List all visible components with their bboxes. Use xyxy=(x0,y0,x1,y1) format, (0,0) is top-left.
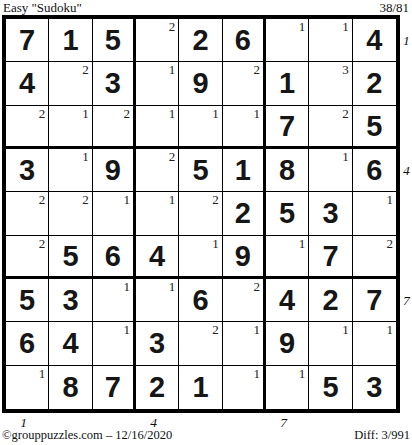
pencil-mark: 3 xyxy=(342,63,349,77)
pencil-mark: 1 xyxy=(39,367,46,381)
digit: 2 xyxy=(366,68,382,98)
pencil-mark: 1 xyxy=(82,107,89,121)
digit: 5 xyxy=(366,111,382,141)
digit: 3 xyxy=(19,155,35,185)
cell-r1c9[interactable]: 4 xyxy=(353,19,396,62)
cell-r4c5[interactable]: 5 xyxy=(179,149,222,192)
cell-r3c2[interactable]: 1 xyxy=(49,106,92,149)
pencil-mark: 2 xyxy=(253,280,260,294)
digit: 4 xyxy=(62,328,78,358)
cell-r6c3[interactable]: 6 xyxy=(93,236,136,279)
cell-r5c4[interactable]: 1 xyxy=(136,192,179,235)
cell-r7c2[interactable]: 3 xyxy=(49,279,92,322)
cell-r3c9[interactable]: 5 xyxy=(353,106,396,149)
digit: 2 xyxy=(192,25,208,55)
pencil-mark: 1 xyxy=(342,20,349,34)
pencil-mark: 2 xyxy=(39,193,46,207)
cell-r6c8[interactable]: 7 xyxy=(309,236,352,279)
cell-r1c2[interactable]: 1 xyxy=(49,19,92,62)
cell-r9c7[interactable]: 1 xyxy=(266,366,309,409)
pencil-mark: 2 xyxy=(212,323,219,337)
row-label-1: 1 xyxy=(403,33,410,49)
cell-r4c9[interactable]: 6 xyxy=(353,149,396,192)
cell-r3c6[interactable]: 1 xyxy=(223,106,266,149)
cell-r5c8[interactable]: 3 xyxy=(309,192,352,235)
digit: 7 xyxy=(322,241,338,271)
digit: 6 xyxy=(105,241,121,271)
cell-r3c5[interactable]: 1 xyxy=(179,106,222,149)
digit: 8 xyxy=(62,372,78,402)
digit: 2 xyxy=(235,198,251,228)
cell-r1c7[interactable]: 1 xyxy=(266,19,309,62)
pencil-mark: 1 xyxy=(212,107,219,121)
digit: 7 xyxy=(366,285,382,315)
cell-r9c4[interactable]: 2 xyxy=(136,366,179,409)
digit: 3 xyxy=(322,198,338,228)
pencil-mark: 2 xyxy=(39,107,46,121)
difficulty-text: Diff: 3/991 xyxy=(354,428,410,443)
cell-r6c4[interactable]: 4 xyxy=(136,236,179,279)
cell-r5c9[interactable]: 1 xyxy=(353,192,396,235)
cell-r1c4[interactable]: 2 xyxy=(136,19,179,62)
digit: 1 xyxy=(192,372,208,402)
cell-r5c2[interactable]: 2 xyxy=(49,192,92,235)
cell-r1c5[interactable]: 2 xyxy=(179,19,222,62)
cell-r1c1[interactable]: 7 xyxy=(6,19,49,62)
pencil-mark: 2 xyxy=(169,150,176,164)
cell-r6c5[interactable]: 1 xyxy=(179,236,222,279)
copyright-text: ©grouppuzzles.com – 12/16/2020 xyxy=(2,428,172,443)
pencil-mark: 1 xyxy=(123,280,130,294)
digit: 7 xyxy=(19,25,35,55)
cell-r6c1[interactable]: 2 xyxy=(6,236,49,279)
cell-r3c1[interactable]: 2 xyxy=(6,106,49,149)
cell-r2c5[interactable]: 9 xyxy=(179,62,222,105)
sudoku-board: 7152261144231921322121117253192518162211… xyxy=(2,15,400,413)
digit: 6 xyxy=(235,25,251,55)
pencil-mark: 1 xyxy=(253,323,260,337)
cell-r9c5[interactable]: 1 xyxy=(179,366,222,409)
pencil-mark: 2 xyxy=(212,193,219,207)
cell-r7c1[interactable]: 5 xyxy=(6,279,49,322)
pencil-mark: 2 xyxy=(123,107,130,121)
cell-r2c7[interactable]: 1 xyxy=(266,62,309,105)
pencil-mark: 2 xyxy=(386,237,393,251)
digit: 5 xyxy=(105,25,121,55)
digit: 4 xyxy=(366,25,382,55)
cell-r7c3[interactable]: 1 xyxy=(93,279,136,322)
digit: 9 xyxy=(279,328,295,358)
header: Easy "Sudoku" 38/81 xyxy=(3,0,409,15)
cell-r7c6[interactable]: 2 xyxy=(223,279,266,322)
cell-r5c6[interactable]: 2 xyxy=(223,192,266,235)
cell-r1c8[interactable]: 1 xyxy=(309,19,352,62)
digit: 9 xyxy=(105,155,121,185)
pencil-mark: 2 xyxy=(253,63,260,77)
pencil-mark: 1 xyxy=(169,63,176,77)
progress-counter: 38/81 xyxy=(379,0,409,15)
sudoku-page: Easy "Sudoku" 38/81 71522611442319213221… xyxy=(0,0,412,445)
digit: 3 xyxy=(105,68,121,98)
cell-r9c1[interactable]: 1 xyxy=(6,366,49,409)
cell-r5c5[interactable]: 2 xyxy=(179,192,222,235)
digit: 4 xyxy=(149,241,165,271)
pencil-mark: 1 xyxy=(299,237,306,251)
cell-r4c3[interactable]: 9 xyxy=(93,149,136,192)
digit: 5 xyxy=(322,372,338,402)
cell-r8c9[interactable]: 1 xyxy=(353,322,396,365)
cell-r8c7[interactable]: 9 xyxy=(266,322,309,365)
pencil-mark: 1 xyxy=(123,193,130,207)
cell-r5c3[interactable]: 1 xyxy=(93,192,136,235)
pencil-mark: 2 xyxy=(342,107,349,121)
pencil-mark: 1 xyxy=(253,107,260,121)
cell-r7c8[interactable]: 2 xyxy=(309,279,352,322)
cell-r5c7[interactable]: 5 xyxy=(266,192,309,235)
digit: 9 xyxy=(235,241,251,271)
cell-r1c6[interactable]: 6 xyxy=(223,19,266,62)
pencil-mark: 1 xyxy=(342,150,349,164)
row-label-4: 4 xyxy=(403,163,410,179)
digit: 8 xyxy=(279,155,295,185)
digit: 3 xyxy=(149,328,165,358)
pencil-mark: 1 xyxy=(82,150,89,164)
cell-r2c1[interactable]: 4 xyxy=(6,62,49,105)
digit: 5 xyxy=(192,155,208,185)
cell-r2c2[interactable]: 2 xyxy=(49,62,92,105)
digit: 3 xyxy=(62,285,78,315)
cell-r6c9[interactable]: 2 xyxy=(353,236,396,279)
cell-r9c3[interactable]: 7 xyxy=(93,366,136,409)
cell-r8c4[interactable]: 3 xyxy=(136,322,179,365)
pencil-mark: 1 xyxy=(386,193,393,207)
cell-r8c8[interactable]: 1 xyxy=(309,322,352,365)
pencil-mark: 1 xyxy=(299,367,306,381)
digit: 9 xyxy=(192,68,208,98)
cell-r8c5[interactable]: 2 xyxy=(179,322,222,365)
pencil-mark: 1 xyxy=(342,323,349,337)
cell-r8c6[interactable]: 1 xyxy=(223,322,266,365)
cell-r7c9[interactable]: 7 xyxy=(353,279,396,322)
cell-r6c6[interactable]: 9 xyxy=(223,236,266,279)
cell-r9c6[interactable]: 1 xyxy=(223,366,266,409)
cell-r2c9[interactable]: 2 xyxy=(353,62,396,105)
digit: 5 xyxy=(62,241,78,271)
cell-r4c7[interactable]: 8 xyxy=(266,149,309,192)
digit: 2 xyxy=(149,372,165,402)
cell-r9c9[interactable]: 3 xyxy=(353,366,396,409)
pencil-mark: 1 xyxy=(212,237,219,251)
pencil-mark: 1 xyxy=(299,20,306,34)
pencil-mark: 1 xyxy=(169,280,176,294)
pencil-mark: 1 xyxy=(169,107,176,121)
cell-r4c4[interactable]: 2 xyxy=(136,149,179,192)
cell-r2c4[interactable]: 1 xyxy=(136,62,179,105)
row-label-7: 7 xyxy=(403,293,410,309)
cell-r3c8[interactable]: 2 xyxy=(309,106,352,149)
pencil-mark: 1 xyxy=(123,323,130,337)
cell-r8c3[interactable]: 1 xyxy=(93,322,136,365)
cell-r3c4[interactable]: 1 xyxy=(136,106,179,149)
digit: 5 xyxy=(279,198,295,228)
cell-r9c8[interactable]: 5 xyxy=(309,366,352,409)
cell-r4c2[interactable]: 1 xyxy=(49,149,92,192)
pencil-mark: 2 xyxy=(82,193,89,207)
pencil-mark: 2 xyxy=(82,63,89,77)
digit: 5 xyxy=(19,285,35,315)
cell-r2c8[interactable]: 3 xyxy=(309,62,352,105)
digit: 3 xyxy=(366,372,382,402)
digit: 7 xyxy=(105,372,121,402)
cell-r3c7[interactable]: 7 xyxy=(266,106,309,149)
footer: ©grouppuzzles.com – 12/16/2020 Diff: 3/9… xyxy=(2,428,410,443)
cell-r4c1[interactable]: 3 xyxy=(6,149,49,192)
digit: 1 xyxy=(279,68,295,98)
digit: 1 xyxy=(235,155,251,185)
cell-r4c8[interactable]: 1 xyxy=(309,149,352,192)
pencil-mark: 1 xyxy=(169,193,176,207)
pencil-mark: 2 xyxy=(39,237,46,251)
digit: 4 xyxy=(279,285,295,315)
digit: 1 xyxy=(62,25,78,55)
cell-r9c2[interactable]: 8 xyxy=(49,366,92,409)
digit: 7 xyxy=(279,111,295,141)
cell-r2c6[interactable]: 2 xyxy=(223,62,266,105)
cell-r8c2[interactable]: 4 xyxy=(49,322,92,365)
digit: 6 xyxy=(192,285,208,315)
cell-r7c4[interactable]: 1 xyxy=(136,279,179,322)
cell-r1c3[interactable]: 5 xyxy=(93,19,136,62)
cell-r7c5[interactable]: 6 xyxy=(179,279,222,322)
pencil-mark: 1 xyxy=(386,323,393,337)
cell-r5c1[interactable]: 2 xyxy=(6,192,49,235)
pencil-mark: 1 xyxy=(253,367,260,381)
cell-r3c3[interactable]: 2 xyxy=(93,106,136,149)
digit: 4 xyxy=(19,68,35,98)
digit: 6 xyxy=(366,155,382,185)
cell-r2c3[interactable]: 3 xyxy=(93,62,136,105)
pencil-mark: 2 xyxy=(169,20,176,34)
cell-r6c7[interactable]: 1 xyxy=(266,236,309,279)
cell-r4c6[interactable]: 1 xyxy=(223,149,266,192)
cell-r6c2[interactable]: 5 xyxy=(49,236,92,279)
digit: 2 xyxy=(322,285,338,315)
digit: 6 xyxy=(19,328,35,358)
cell-r7c7[interactable]: 4 xyxy=(266,279,309,322)
puzzle-title: Easy "Sudoku" xyxy=(3,0,82,15)
cell-r8c1[interactable]: 6 xyxy=(6,322,49,365)
